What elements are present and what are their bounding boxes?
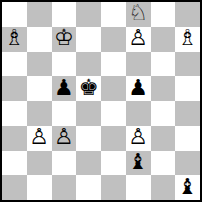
square-e3[interactable]: [101, 126, 126, 151]
square-a5[interactable]: [2, 76, 27, 101]
square-a6[interactable]: [2, 52, 27, 77]
white-pawn-c3[interactable]: ♙: [54, 126, 74, 148]
white-knight-f8[interactable]: ♘: [128, 2, 148, 24]
chess-board: ♘♗♔♙♗♟♚♟♙♙♙♝♝: [2, 2, 200, 200]
square-c3[interactable]: ♙: [52, 126, 77, 151]
square-d6[interactable]: [76, 52, 101, 77]
black-bishop-h1[interactable]: ♝: [178, 176, 198, 198]
square-a7[interactable]: ♗: [2, 27, 27, 52]
white-pawn-f3[interactable]: ♙: [128, 126, 148, 148]
square-f8[interactable]: ♘: [126, 2, 151, 27]
square-e1[interactable]: [101, 175, 126, 200]
square-a1[interactable]: [2, 175, 27, 200]
square-h4[interactable]: [175, 101, 200, 126]
square-c1[interactable]: [52, 175, 77, 200]
square-h3[interactable]: [175, 126, 200, 151]
square-d5[interactable]: ♚: [76, 76, 101, 101]
square-b2[interactable]: [27, 151, 52, 176]
square-e7[interactable]: [101, 27, 126, 52]
square-h1[interactable]: ♝: [175, 175, 200, 200]
square-b5[interactable]: [27, 76, 52, 101]
square-c4[interactable]: [52, 101, 77, 126]
square-h5[interactable]: [175, 76, 200, 101]
square-g3[interactable]: [151, 126, 176, 151]
square-d3[interactable]: [76, 126, 101, 151]
square-d4[interactable]: [76, 101, 101, 126]
square-e8[interactable]: [101, 2, 126, 27]
chess-board-frame: ♘♗♔♙♗♟♚♟♙♙♙♝♝: [0, 0, 202, 202]
square-f6[interactable]: [126, 52, 151, 77]
square-a2[interactable]: [2, 151, 27, 176]
white-bishop-h7[interactable]: ♗: [178, 27, 198, 49]
square-h7[interactable]: ♗: [175, 27, 200, 52]
square-d2[interactable]: [76, 151, 101, 176]
square-d8[interactable]: [76, 2, 101, 27]
square-e2[interactable]: [101, 151, 126, 176]
white-pawn-f7[interactable]: ♙: [128, 27, 148, 49]
square-d1[interactable]: [76, 175, 101, 200]
square-b3[interactable]: ♙: [27, 126, 52, 151]
white-king-c7[interactable]: ♔: [54, 27, 74, 49]
black-pawn-c5[interactable]: ♟: [54, 77, 74, 99]
square-e6[interactable]: [101, 52, 126, 77]
square-c7[interactable]: ♔: [52, 27, 77, 52]
square-c2[interactable]: [52, 151, 77, 176]
square-c5[interactable]: ♟: [52, 76, 77, 101]
square-b1[interactable]: [27, 175, 52, 200]
black-pawn-f5[interactable]: ♟: [128, 77, 148, 99]
square-f1[interactable]: [126, 175, 151, 200]
square-f3[interactable]: ♙: [126, 126, 151, 151]
white-bishop-a7[interactable]: ♗: [5, 27, 25, 49]
square-g5[interactable]: [151, 76, 176, 101]
square-f4[interactable]: [126, 101, 151, 126]
square-g2[interactable]: [151, 151, 176, 176]
square-g4[interactable]: [151, 101, 176, 126]
black-king-d5[interactable]: ♚: [79, 77, 99, 99]
square-a3[interactable]: [2, 126, 27, 151]
square-h6[interactable]: [175, 52, 200, 77]
square-c8[interactable]: [52, 2, 77, 27]
square-h2[interactable]: [175, 151, 200, 176]
square-b7[interactable]: [27, 27, 52, 52]
black-bishop-f2[interactable]: ♝: [128, 151, 148, 173]
square-g6[interactable]: [151, 52, 176, 77]
square-e4[interactable]: [101, 101, 126, 126]
square-h8[interactable]: [175, 2, 200, 27]
square-a8[interactable]: [2, 2, 27, 27]
square-d7[interactable]: [76, 27, 101, 52]
square-c6[interactable]: [52, 52, 77, 77]
square-g7[interactable]: [151, 27, 176, 52]
square-b4[interactable]: [27, 101, 52, 126]
square-g8[interactable]: [151, 2, 176, 27]
square-f5[interactable]: ♟: [126, 76, 151, 101]
white-pawn-b3[interactable]: ♙: [29, 126, 49, 148]
square-f2[interactable]: ♝: [126, 151, 151, 176]
square-f7[interactable]: ♙: [126, 27, 151, 52]
square-b6[interactable]: [27, 52, 52, 77]
square-e5[interactable]: [101, 76, 126, 101]
square-g1[interactable]: [151, 175, 176, 200]
square-a4[interactable]: [2, 101, 27, 126]
square-b8[interactable]: [27, 2, 52, 27]
